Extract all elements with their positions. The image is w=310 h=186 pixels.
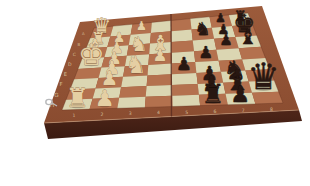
square-f4 (147, 74, 173, 86)
rank-label-7: 7 (242, 108, 245, 113)
rank-label-8: 8 (270, 107, 273, 112)
square-g3 (119, 86, 146, 98)
piece-black-pawn-e5: ♟ (176, 53, 192, 74)
piece-black-pawn-c7: ♟ (219, 31, 233, 49)
rank-label-1: 1 (72, 113, 75, 118)
square-h3 (117, 97, 145, 109)
file-label-D: D (68, 62, 72, 67)
square-c5 (171, 40, 194, 52)
square-b5 (171, 30, 193, 43)
piece-white-rook-h1: ♜ (66, 83, 90, 113)
piece-white-pawn-d4: ♟ (153, 46, 168, 65)
file-label-C: C (73, 52, 76, 57)
rank-label-6: 6 (213, 109, 216, 114)
rank-label-2: 2 (101, 112, 104, 117)
file-label-F: F (59, 81, 62, 87)
product-photo: ABCDEFGH12345678♜♟♟♛♚♟♞♟♜♝♟♝♞♟♝♟♟♟♚♟♞♟♞♟… (0, 0, 310, 186)
file-label-G: G (54, 92, 58, 98)
square-e4 (148, 64, 172, 76)
square-f5 (172, 73, 198, 85)
piece-white-pawn-h2: ♟ (95, 85, 115, 111)
piece-black-queen-g8: ♛ (247, 55, 280, 98)
square-g5 (172, 84, 199, 96)
rank-label-3: 3 (129, 111, 132, 116)
square-h5 (172, 95, 200, 107)
piece-black-pawn-d6: ♟ (199, 43, 214, 62)
piece-white-pawn-a3: ♟ (136, 19, 147, 33)
square-h4 (145, 96, 173, 108)
rank-label-4: 4 (157, 110, 160, 115)
board-fold-seam (171, 14, 172, 117)
piece-black-knight-b6: ♞ (194, 18, 210, 39)
piece-white-knight-e3: ♞ (125, 51, 146, 79)
file-label-E: E (64, 71, 67, 77)
piece-black-pawn-h7: ♟ (230, 81, 250, 107)
chess-board: ABCDEFGH12345678♜♟♟♛♚♟♞♟♜♝♟♝♞♟♝♟♟♟♚♟♞♟♞♟… (0, 0, 310, 186)
square-g4 (146, 85, 173, 97)
piece-black-rook-h6: ♜ (201, 79, 225, 109)
rank-label-5: 5 (185, 110, 188, 115)
piece-black-bishop-c8: ♝ (239, 25, 258, 49)
